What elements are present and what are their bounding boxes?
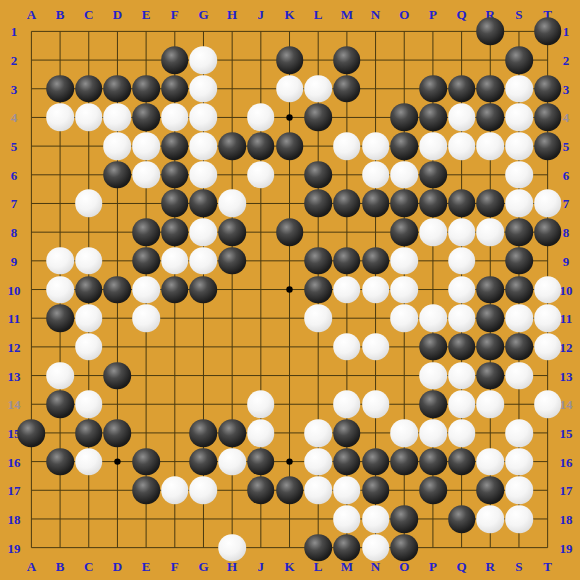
col-label-bottom-N: N: [371, 560, 380, 573]
white-stone-R16: [476, 448, 504, 476]
black-stone-G15: [190, 419, 218, 447]
black-stone-F7: [161, 190, 189, 218]
black-stone-Q12: [448, 333, 476, 361]
white-stone-O15: [390, 419, 418, 447]
col-label-bottom-T: T: [543, 560, 552, 573]
row-label-left-14: 14: [8, 398, 21, 411]
white-stone-N10: [362, 276, 390, 304]
white-stone-T11: [534, 304, 562, 332]
white-stone-C16: [75, 448, 103, 476]
col-label-top-N: N: [371, 8, 380, 21]
black-stone-R13: [476, 362, 504, 390]
col-label-top-S: S: [515, 8, 522, 21]
white-stone-J4: [247, 104, 275, 132]
black-stone-H8: [218, 218, 246, 246]
col-label-top-O: O: [399, 8, 409, 21]
white-stone-Q11: [448, 304, 476, 332]
white-stone-G3: [190, 75, 218, 103]
col-label-bottom-O: O: [399, 560, 409, 573]
black-stone-T8: [534, 218, 562, 246]
white-stone-H16: [218, 448, 246, 476]
white-stone-J15: [247, 419, 275, 447]
col-label-bottom-L: L: [314, 560, 323, 573]
black-stone-F5: [161, 132, 189, 160]
white-stone-E10: [132, 276, 160, 304]
black-stone-G16: [190, 448, 218, 476]
black-stone-H15: [218, 419, 246, 447]
black-stone-J16: [247, 448, 275, 476]
row-label-left-7: 7: [11, 197, 18, 210]
white-stone-N19: [362, 534, 390, 562]
black-stone-B3: [46, 75, 74, 103]
row-label-right-16: 16: [560, 455, 573, 468]
col-label-top-P: P: [429, 8, 437, 21]
row-label-left-2: 2: [11, 54, 18, 67]
col-label-bottom-S: S: [515, 560, 522, 573]
row-label-left-3: 3: [11, 82, 18, 95]
black-stone-O19: [390, 534, 418, 562]
white-stone-G5: [190, 132, 218, 160]
black-stone-K17: [276, 476, 304, 504]
black-stone-R12: [476, 333, 504, 361]
row-label-right-18: 18: [560, 512, 573, 525]
white-stone-D4: [104, 104, 132, 132]
white-stone-T14: [534, 390, 562, 418]
row-label-right-15: 15: [560, 426, 573, 439]
col-label-top-J: J: [258, 8, 265, 21]
black-stone-K8: [276, 218, 304, 246]
black-stone-H5: [218, 132, 246, 160]
row-label-right-2: 2: [563, 54, 570, 67]
white-stone-S11: [505, 304, 533, 332]
white-stone-S5: [505, 132, 533, 160]
white-stone-G9: [190, 247, 218, 275]
black-stone-D10: [104, 276, 132, 304]
col-label-bottom-M: M: [341, 560, 353, 573]
black-stone-P16: [419, 448, 447, 476]
row-label-right-4: 4: [563, 111, 570, 124]
black-stone-T5: [534, 132, 562, 160]
black-stone-M3: [333, 75, 361, 103]
go-board: ABCDEFGHJKLMNOPQRST ABCDEFGHJKLMNOPQRST …: [0, 0, 580, 580]
black-stone-M7: [333, 190, 361, 218]
row-label-right-17: 17: [560, 484, 573, 497]
black-stone-R11: [476, 304, 504, 332]
black-stone-N7: [362, 190, 390, 218]
col-label-bottom-E: E: [142, 560, 151, 573]
black-stone-R3: [476, 75, 504, 103]
white-stone-C14: [75, 390, 103, 418]
white-stone-B13: [46, 362, 74, 390]
black-stone-P17: [419, 476, 447, 504]
row-label-right-3: 3: [563, 82, 570, 95]
black-stone-O4: [390, 104, 418, 132]
white-stone-Q13: [448, 362, 476, 390]
black-stone-J5: [247, 132, 275, 160]
white-stone-R5: [476, 132, 504, 160]
white-stone-M17: [333, 476, 361, 504]
black-stone-O7: [390, 190, 418, 218]
black-stone-O16: [390, 448, 418, 476]
row-label-right-1: 1: [563, 25, 570, 38]
white-stone-T10: [534, 276, 562, 304]
black-stone-S10: [505, 276, 533, 304]
white-stone-S3: [505, 75, 533, 103]
white-stone-Q15: [448, 419, 476, 447]
black-stone-R4: [476, 104, 504, 132]
black-stone-N16: [362, 448, 390, 476]
black-stone-P6: [419, 161, 447, 189]
white-stone-S18: [505, 505, 533, 533]
black-stone-P12: [419, 333, 447, 361]
white-stone-D5: [104, 132, 132, 160]
col-label-top-D: D: [113, 8, 122, 21]
white-stone-L16: [304, 448, 332, 476]
white-stone-M14: [333, 390, 361, 418]
white-stone-P13: [419, 362, 447, 390]
black-stone-D6: [104, 161, 132, 189]
col-label-top-G: G: [198, 8, 208, 21]
black-stone-R1: [476, 18, 504, 46]
white-stone-S7: [505, 190, 533, 218]
col-label-top-E: E: [142, 8, 151, 21]
row-label-left-6: 6: [11, 168, 18, 181]
black-stone-F6: [161, 161, 189, 189]
white-stone-H7: [218, 190, 246, 218]
white-stone-S13: [505, 362, 533, 390]
col-label-bottom-Q: Q: [457, 560, 467, 573]
black-stone-T3: [534, 75, 562, 103]
black-stone-M15: [333, 419, 361, 447]
black-stone-S12: [505, 333, 533, 361]
col-label-top-M: M: [341, 8, 353, 21]
col-label-top-F: F: [171, 8, 179, 21]
col-label-bottom-K: K: [284, 560, 294, 573]
black-stone-M16: [333, 448, 361, 476]
white-stone-L17: [304, 476, 332, 504]
black-stone-S8: [505, 218, 533, 246]
row-label-left-1: 1: [11, 25, 18, 38]
black-stone-E8: [132, 218, 160, 246]
black-stone-T4: [534, 104, 562, 132]
black-stone-S2: [505, 46, 533, 74]
white-stone-N12: [362, 333, 390, 361]
black-stone-F3: [161, 75, 189, 103]
col-label-bottom-D: D: [113, 560, 122, 573]
col-label-bottom-B: B: [56, 560, 65, 573]
black-stone-K2: [276, 46, 304, 74]
black-stone-Q16: [448, 448, 476, 476]
white-stone-Q8: [448, 218, 476, 246]
col-label-top-A: A: [27, 8, 36, 21]
hoshi-point: [286, 458, 292, 464]
white-stone-L11: [304, 304, 332, 332]
row-label-right-19: 19: [560, 541, 573, 554]
row-label-right-7: 7: [563, 197, 570, 210]
black-stone-L4: [304, 104, 332, 132]
white-stone-M18: [333, 505, 361, 533]
row-label-left-11: 11: [8, 312, 20, 325]
white-stone-N18: [362, 505, 390, 533]
white-stone-L3: [304, 75, 332, 103]
white-stone-O11: [390, 304, 418, 332]
white-stone-Q5: [448, 132, 476, 160]
white-stone-C12: [75, 333, 103, 361]
white-stone-B4: [46, 104, 74, 132]
white-stone-H19: [218, 534, 246, 562]
col-label-bottom-J: J: [258, 560, 265, 573]
col-label-top-K: K: [284, 8, 294, 21]
row-label-left-5: 5: [11, 140, 18, 153]
black-stone-N9: [362, 247, 390, 275]
black-stone-P7: [419, 190, 447, 218]
col-label-bottom-C: C: [84, 560, 93, 573]
white-stone-E5: [132, 132, 160, 160]
black-stone-L6: [304, 161, 332, 189]
row-label-left-12: 12: [8, 340, 21, 353]
black-stone-B16: [46, 448, 74, 476]
black-stone-P3: [419, 75, 447, 103]
white-stone-O10: [390, 276, 418, 304]
black-stone-F8: [161, 218, 189, 246]
col-label-top-C: C: [84, 8, 93, 21]
black-stone-A15: [18, 419, 46, 447]
black-stone-C3: [75, 75, 103, 103]
black-stone-Q7: [448, 190, 476, 218]
white-stone-S15: [505, 419, 533, 447]
white-stone-F9: [161, 247, 189, 275]
black-stone-N17: [362, 476, 390, 504]
black-stone-M2: [333, 46, 361, 74]
white-stone-F4: [161, 104, 189, 132]
row-label-right-12: 12: [560, 340, 573, 353]
black-stone-D3: [104, 75, 132, 103]
black-stone-P4: [419, 104, 447, 132]
row-label-right-8: 8: [563, 226, 570, 239]
black-stone-E17: [132, 476, 160, 504]
white-stone-R18: [476, 505, 504, 533]
black-stone-F10: [161, 276, 189, 304]
white-stone-J14: [247, 390, 275, 418]
white-stone-O9: [390, 247, 418, 275]
black-stone-M19: [333, 534, 361, 562]
black-stone-H9: [218, 247, 246, 275]
white-stone-G8: [190, 218, 218, 246]
white-stone-E11: [132, 304, 160, 332]
black-stone-L10: [304, 276, 332, 304]
white-stone-S17: [505, 476, 533, 504]
white-stone-T7: [534, 190, 562, 218]
black-stone-J17: [247, 476, 275, 504]
white-stone-C11: [75, 304, 103, 332]
white-stone-F17: [161, 476, 189, 504]
black-stone-Q3: [448, 75, 476, 103]
white-stone-P5: [419, 132, 447, 160]
row-label-right-10: 10: [560, 283, 573, 296]
black-stone-M9: [333, 247, 361, 275]
row-label-left-18: 18: [8, 512, 21, 525]
white-stone-C4: [75, 104, 103, 132]
white-stone-N6: [362, 161, 390, 189]
white-stone-N14: [362, 390, 390, 418]
row-label-left-17: 17: [8, 484, 21, 497]
hoshi-point: [114, 458, 120, 464]
white-stone-C9: [75, 247, 103, 275]
row-label-left-19: 19: [8, 541, 21, 554]
black-stone-R10: [476, 276, 504, 304]
col-label-bottom-H: H: [227, 560, 237, 573]
row-label-left-13: 13: [8, 369, 21, 382]
white-stone-S16: [505, 448, 533, 476]
black-stone-C15: [75, 419, 103, 447]
white-stone-B9: [46, 247, 74, 275]
white-stone-O6: [390, 161, 418, 189]
row-label-right-14: 14: [560, 398, 573, 411]
black-stone-O5: [390, 132, 418, 160]
row-label-left-4: 4: [11, 111, 18, 124]
col-label-top-Q: Q: [457, 8, 467, 21]
black-stone-E4: [132, 104, 160, 132]
black-stone-G7: [190, 190, 218, 218]
white-stone-G2: [190, 46, 218, 74]
white-stone-K3: [276, 75, 304, 103]
col-label-top-H: H: [227, 8, 237, 21]
white-stone-Q10: [448, 276, 476, 304]
black-stone-K5: [276, 132, 304, 160]
black-stone-L9: [304, 247, 332, 275]
white-stone-P8: [419, 218, 447, 246]
white-stone-Q9: [448, 247, 476, 275]
black-stone-P14: [419, 390, 447, 418]
white-stone-B10: [46, 276, 74, 304]
black-stone-E9: [132, 247, 160, 275]
black-stone-F2: [161, 46, 189, 74]
white-stone-N5: [362, 132, 390, 160]
row-label-left-8: 8: [11, 226, 18, 239]
col-label-bottom-F: F: [171, 560, 179, 573]
col-label-bottom-P: P: [429, 560, 437, 573]
white-stone-Q4: [448, 104, 476, 132]
black-stone-G10: [190, 276, 218, 304]
row-label-left-9: 9: [11, 254, 18, 267]
col-label-top-B: B: [56, 8, 65, 21]
white-stone-T12: [534, 333, 562, 361]
row-label-right-11: 11: [560, 312, 572, 325]
white-stone-G6: [190, 161, 218, 189]
white-stone-M12: [333, 333, 361, 361]
white-stone-M5: [333, 132, 361, 160]
white-stone-E6: [132, 161, 160, 189]
white-stone-J6: [247, 161, 275, 189]
row-label-right-5: 5: [563, 140, 570, 153]
black-stone-C10: [75, 276, 103, 304]
row-label-right-13: 13: [560, 369, 573, 382]
black-stone-B11: [46, 304, 74, 332]
hoshi-point: [286, 286, 292, 292]
black-stone-D15: [104, 419, 132, 447]
white-stone-S6: [505, 161, 533, 189]
white-stone-M10: [333, 276, 361, 304]
white-stone-C7: [75, 190, 103, 218]
white-stone-G4: [190, 104, 218, 132]
black-stone-D13: [104, 362, 132, 390]
black-stone-S9: [505, 247, 533, 275]
white-stone-Q14: [448, 390, 476, 418]
black-stone-E16: [132, 448, 160, 476]
black-stone-O18: [390, 505, 418, 533]
white-stone-R8: [476, 218, 504, 246]
white-stone-S4: [505, 104, 533, 132]
black-stone-Q18: [448, 505, 476, 533]
black-stone-R17: [476, 476, 504, 504]
white-stone-P15: [419, 419, 447, 447]
hoshi-point: [286, 114, 292, 120]
row-label-right-9: 9: [563, 254, 570, 267]
black-stone-T1: [534, 18, 562, 46]
black-stone-E3: [132, 75, 160, 103]
black-stone-O8: [390, 218, 418, 246]
black-stone-L19: [304, 534, 332, 562]
black-stone-L7: [304, 190, 332, 218]
row-label-left-10: 10: [8, 283, 21, 296]
row-label-left-16: 16: [8, 455, 21, 468]
row-label-right-6: 6: [563, 168, 570, 181]
white-stone-R14: [476, 390, 504, 418]
white-stone-G17: [190, 476, 218, 504]
col-label-bottom-A: A: [27, 560, 36, 573]
col-label-top-L: L: [314, 8, 323, 21]
black-stone-B14: [46, 390, 74, 418]
black-stone-R7: [476, 190, 504, 218]
white-stone-L15: [304, 419, 332, 447]
col-label-bottom-G: G: [198, 560, 208, 573]
col-label-bottom-R: R: [486, 560, 495, 573]
white-stone-P11: [419, 304, 447, 332]
